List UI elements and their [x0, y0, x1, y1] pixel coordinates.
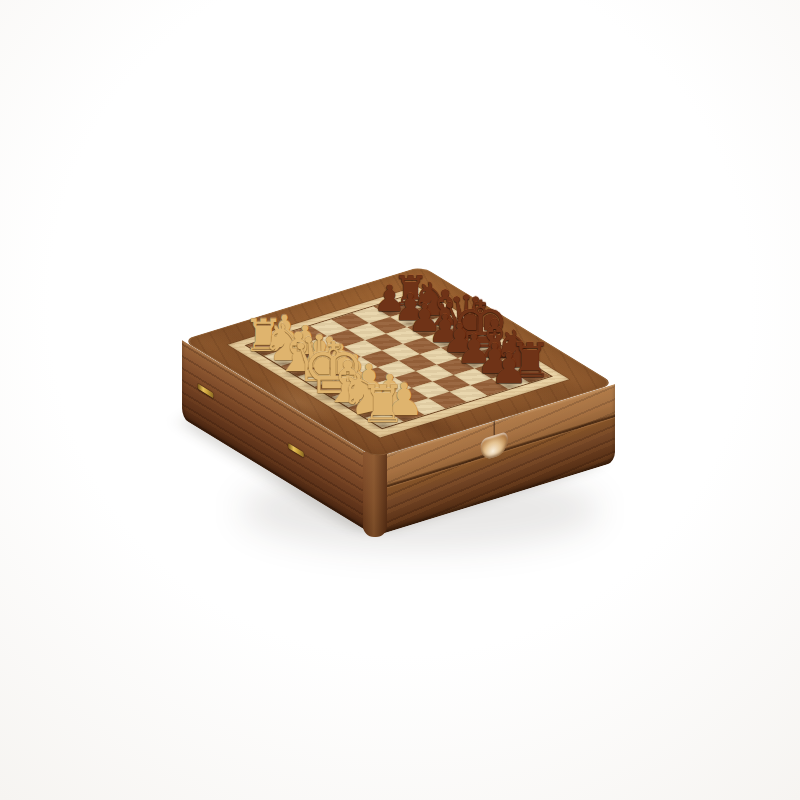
black-pawn-icon: ♟	[488, 348, 530, 390]
product-photo-scene: ♜♞♝♛♚♝♞♜♟♟♟♟♟♟♟♟♟♟♟♟♟♟♟♟♜♞♝♛♚♝♞♜ Wooden …	[0, 0, 800, 800]
black-pawn-h7[interactable]: ♟	[488, 348, 530, 390]
pieces-layer: ♜♞♝♛♚♝♞♜♟♟♟♟♟♟♟♟♟♟♟♟♟♟♟♟♜♞♝♛♚♝♞♜	[0, 0, 800, 800]
white-rook-h1[interactable]: ♜	[357, 379, 409, 431]
white-rook-icon: ♜	[357, 379, 409, 431]
